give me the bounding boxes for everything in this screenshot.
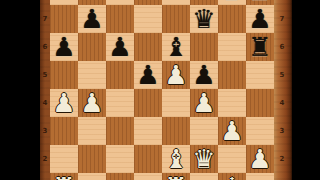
piece-layer: ♚♜♟♛♟♟♟♝♜♟♟♟♟♟♟♟♝♛♟♜♜♚ [50,0,274,180]
piece-white-pawn-h2[interactable]: ♟ [246,145,274,173]
piece-white-rook-a1[interactable]: ♜ [50,173,78,180]
rank-label-right-7: 7 [274,5,290,33]
piece-black-king-g8[interactable]: ♚ [218,0,246,5]
piece-black-bishop-e6[interactable]: ♝ [162,33,190,61]
piece-black-pawn-d5[interactable]: ♟ [134,61,162,89]
piece-white-pawn-f4[interactable]: ♟ [190,89,218,117]
piece-black-queen-f7[interactable]: ♛ [190,5,218,33]
rank-label-left-6: 6 [40,33,50,61]
piece-white-rook-e1[interactable]: ♜ [162,173,190,180]
rank-label-left-4: 4 [40,89,50,117]
piece-white-king-g1[interactable]: ♚ [218,173,246,180]
piece-white-pawn-e5[interactable]: ♟ [162,61,190,89]
rank-label-right-1: 1 [274,173,290,180]
piece-black-pawn-f5[interactable]: ♟ [190,61,218,89]
rank-label-left-1: 1 [40,173,50,180]
piece-black-rook-h6[interactable]: ♜ [246,33,274,61]
rank-labels-right: 87654321 [274,0,290,180]
piece-white-queen-f2[interactable]: ♛ [190,145,218,173]
piece-white-pawn-a4[interactable]: ♟ [50,89,78,117]
piece-black-pawn-a6[interactable]: ♟ [50,33,78,61]
rank-label-left-5: 5 [40,61,50,89]
piece-black-pawn-c6[interactable]: ♟ [106,33,134,61]
chess-app-screen: ♚♜♟♛♟♟♟♝♜♟♟♟♟♟♟♟♝♛♟♜♜♚ 87654321 87654321 [0,0,320,180]
rank-label-right-5: 5 [274,61,290,89]
rank-label-left-3: 3 [40,117,50,145]
piece-black-pawn-b7[interactable]: ♟ [78,5,106,33]
rank-labels-left: 87654321 [40,0,50,180]
piece-white-bishop-e2[interactable]: ♝ [162,145,190,173]
piece-white-pawn-b4[interactable]: ♟ [78,89,106,117]
piece-black-pawn-h7[interactable]: ♟ [246,5,274,33]
rank-label-left-7: 7 [40,5,50,33]
rank-label-left-2: 2 [40,145,50,173]
rank-label-right-6: 6 [274,33,290,61]
rank-label-right-4: 4 [274,89,290,117]
rank-label-right-3: 3 [274,117,290,145]
rank-label-right-2: 2 [274,145,290,173]
piece-white-pawn-g3[interactable]: ♟ [218,117,246,145]
